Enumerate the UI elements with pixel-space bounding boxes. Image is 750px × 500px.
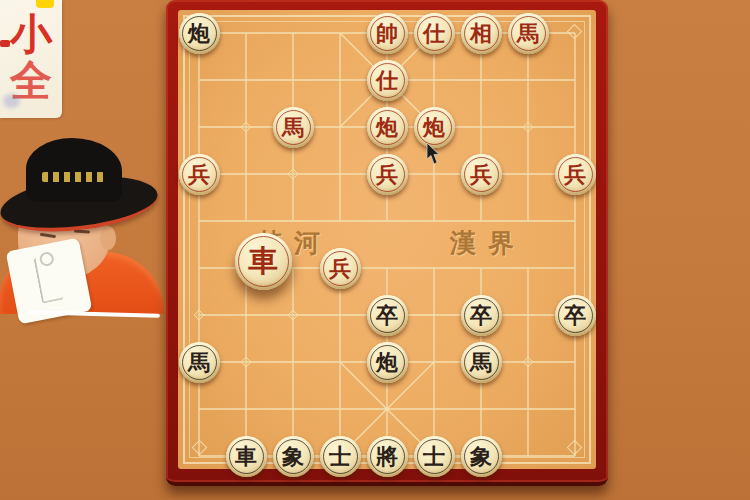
piece-black[interactable]: 卒 — [555, 295, 596, 336]
piece-character: 士 — [423, 445, 445, 467]
piece-character: 將 — [376, 445, 398, 467]
piece-character: 炮 — [188, 22, 210, 44]
piece-black[interactable]: 炮 — [367, 342, 408, 383]
piece-red[interactable]: 炮 — [367, 107, 408, 148]
xiangqi-board-frame: 楚河 漢界 炮帥仕相馬仕馬炮炮兵兵兵兵車兵卒卒卒馬炮馬車象士將士象 — [166, 0, 608, 486]
piece-black[interactable]: 象 — [461, 436, 502, 477]
piece-black[interactable]: 炮 — [179, 13, 220, 54]
mouse-cursor-icon — [426, 143, 442, 165]
piece-character: 車 — [235, 445, 257, 467]
ear — [100, 226, 116, 250]
piece-character: 兵 — [329, 257, 351, 279]
piece-character: 馬 — [188, 351, 210, 373]
streamer-cutout — [0, 128, 166, 320]
piece-black[interactable]: 馬 — [179, 342, 220, 383]
piece-character: 卒 — [376, 304, 398, 326]
piece-character: 馬 — [470, 351, 492, 373]
piece-character: 仕 — [423, 22, 445, 44]
piece-red[interactable]: 兵 — [367, 154, 408, 195]
piece-character: 卒 — [470, 304, 492, 326]
piece-black[interactable]: 將 — [367, 436, 408, 477]
piece-character: 馬 — [282, 116, 304, 138]
piece-black[interactable]: 象 — [273, 436, 314, 477]
piece-character: 炮 — [376, 351, 398, 373]
piece-character: 兵 — [470, 163, 492, 185]
streamer-name-card: 小 全 — [0, 0, 62, 118]
piece-character: 車 — [248, 246, 278, 276]
piece-character: 兵 — [188, 163, 210, 185]
piece-character: 兵 — [564, 163, 586, 185]
piece-red[interactable]: 車 — [235, 233, 292, 290]
piece-character: 仕 — [376, 69, 398, 91]
piece-red[interactable]: 兵 — [555, 154, 596, 195]
piece-red[interactable]: 馬 — [508, 13, 549, 54]
piece-black[interactable]: 馬 — [461, 342, 502, 383]
piece-red[interactable]: 帥 — [367, 13, 408, 54]
card-yellow-tab — [36, 0, 54, 8]
piece-red[interactable]: 炮 — [414, 107, 455, 148]
hat-yellow-text — [42, 172, 104, 182]
bucket-hat-crown — [26, 138, 122, 202]
piece-character: 士 — [329, 445, 351, 467]
piece-character: 馬 — [517, 22, 539, 44]
piece-red[interactable]: 兵 — [461, 154, 502, 195]
piece-character: 相 — [470, 22, 492, 44]
piece-red[interactable]: 相 — [461, 13, 502, 54]
piece-black[interactable]: 卒 — [461, 295, 502, 336]
piece-character: 卒 — [564, 304, 586, 326]
piece-black[interactable]: 士 — [414, 436, 455, 477]
eye-left — [40, 233, 56, 238]
piece-character: 炮 — [423, 116, 445, 138]
piece-red[interactable]: 馬 — [273, 107, 314, 148]
card-smudge — [3, 94, 20, 108]
piece-character: 兵 — [376, 163, 398, 185]
piece-red[interactable]: 仕 — [367, 60, 408, 101]
piece-red[interactable]: 兵 — [179, 154, 220, 195]
piece-black[interactable]: 車 — [226, 436, 267, 477]
card-char-1: 小 — [0, 14, 62, 56]
piece-character: 炮 — [376, 116, 398, 138]
piece-red[interactable]: 仕 — [414, 13, 455, 54]
piece-character: 象 — [470, 445, 492, 467]
piece-black[interactable]: 卒 — [367, 295, 408, 336]
piece-red[interactable]: 兵 — [320, 248, 361, 289]
piece-black[interactable]: 士 — [320, 436, 361, 477]
piece-character: 象 — [282, 445, 304, 467]
pieces-layer: 炮帥仕相馬仕馬炮炮兵兵兵兵車兵卒卒卒馬炮馬車象士將士象 — [166, 0, 608, 482]
piece-character: 帥 — [376, 22, 398, 44]
